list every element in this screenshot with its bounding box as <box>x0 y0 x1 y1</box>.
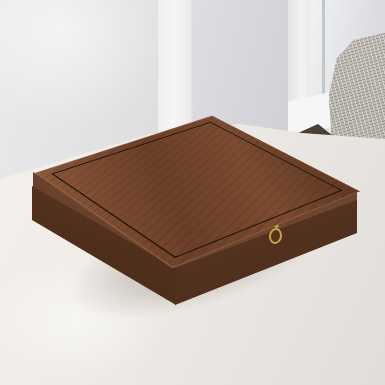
chessboard: ♜♞♝♚♛♝♞♜♟♟♟♟♟♟♟♟♟♟♟♟♟♟♟♟♜♞♝♚♛♝♞♜ <box>35 116 361 269</box>
board-3d-scene: ♜♞♝♚♛♝♞♜♟♟♟♟♟♟♟♟♟♟♟♟♟♟♟♟♜♞♝♚♛♝♞♜ <box>0 0 385 385</box>
chess-photo-scene: ♜♞♝♚♛♝♞♜♟♟♟♟♟♟♟♟♟♟♟♟♟♟♟♟♜♞♝♚♛♝♞♜ <box>0 0 385 385</box>
